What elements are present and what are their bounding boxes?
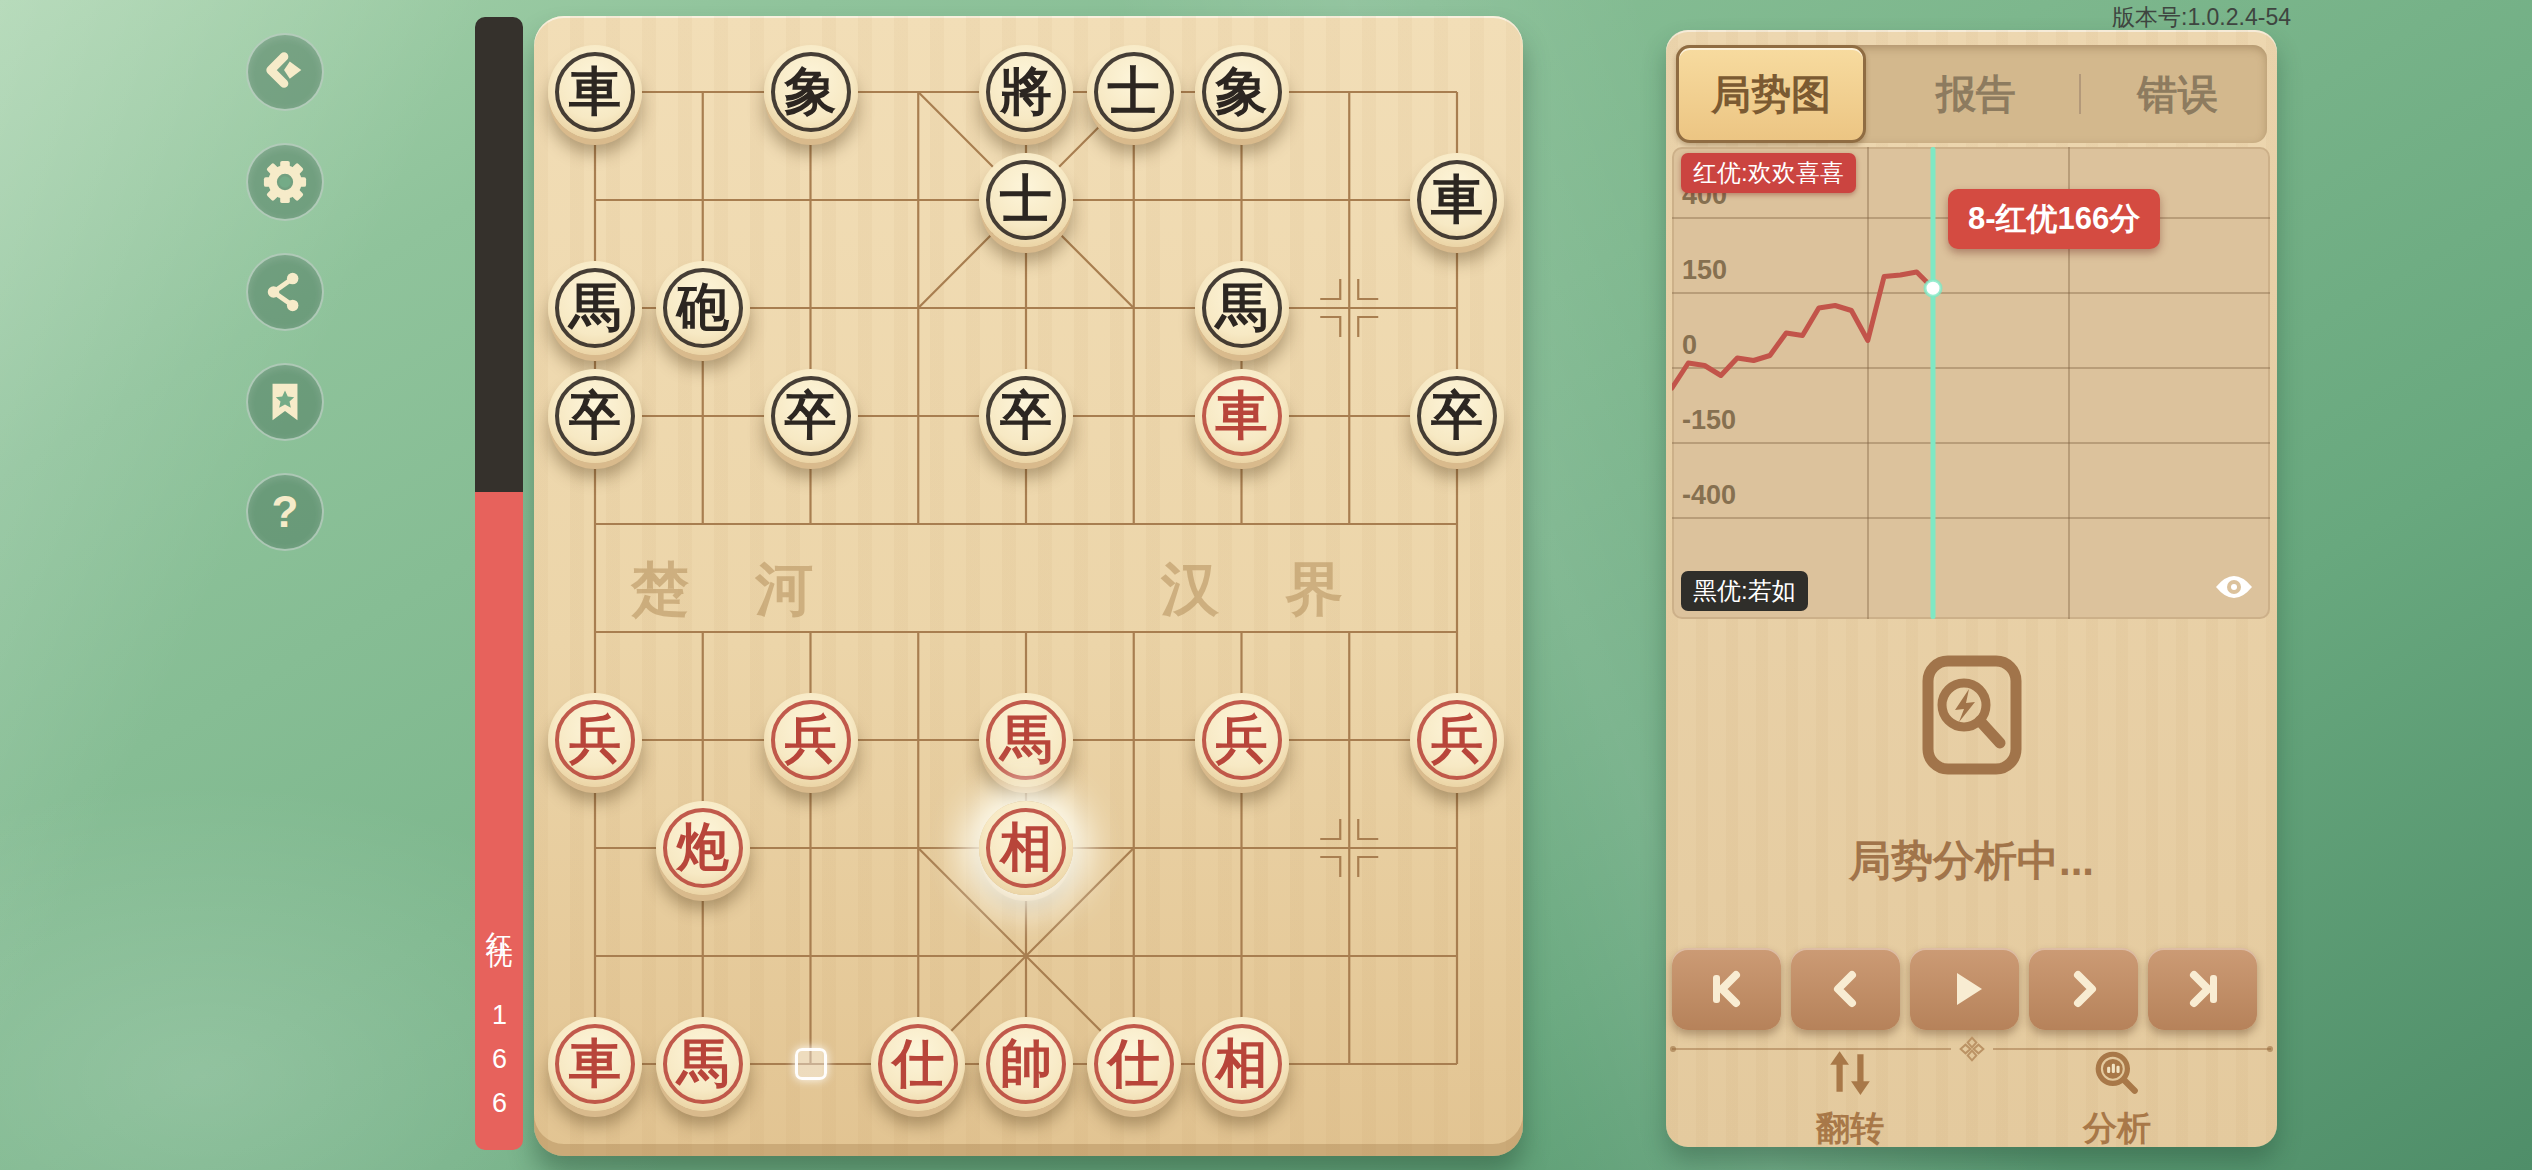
piece-black-advisor[interactable]: 士 bbox=[979, 153, 1073, 247]
piece-black-advisor[interactable]: 士 bbox=[1087, 45, 1181, 139]
eval-chart[interactable]: 400 150 0 -150 -400 红优:欢欢喜喜 黑优:若如 8-红优16… bbox=[1672, 147, 2270, 619]
piece-glyph: 相 bbox=[1216, 1038, 1268, 1090]
piece-black-soldier[interactable]: 卒 bbox=[548, 369, 642, 463]
piece-glyph: 將 bbox=[1000, 66, 1052, 118]
piece-glyph: 象 bbox=[1216, 66, 1268, 118]
analysis-status-text: 局势分析中... bbox=[1666, 833, 2277, 889]
piece-glyph: 兵 bbox=[785, 714, 837, 766]
red-advantage-segment: 红优 166 bbox=[475, 492, 523, 1150]
piece-black-chariot[interactable]: 車 bbox=[548, 45, 642, 139]
piece-red-chariot[interactable]: 車 bbox=[1195, 369, 1289, 463]
y-tick-n400: -400 bbox=[1682, 480, 1736, 511]
piece-red-cannon[interactable]: 炮 bbox=[656, 801, 750, 895]
last-move-button[interactable] bbox=[2148, 948, 2257, 1030]
app-root: 版本号:1.0.2.4-54 bbox=[0, 0, 2532, 1170]
piece-red-advisor[interactable]: 仕 bbox=[871, 1017, 965, 1111]
piece-black-cannon[interactable]: 砲 bbox=[656, 261, 750, 355]
piece-glyph: 車 bbox=[569, 1038, 621, 1090]
play-icon bbox=[1941, 965, 1989, 1013]
analyze-icon bbox=[2092, 1048, 2142, 1098]
piece-red-advisor[interactable]: 仕 bbox=[1087, 1017, 1181, 1111]
piece-red-soldier[interactable]: 兵 bbox=[1410, 693, 1504, 787]
piece-glyph: 兵 bbox=[569, 714, 621, 766]
next-move-button[interactable] bbox=[2029, 948, 2138, 1030]
piece-red-horse[interactable]: 馬 bbox=[979, 693, 1073, 787]
y-tick-150: 150 bbox=[1682, 255, 1727, 286]
piece-glyph: 兵 bbox=[1431, 714, 1483, 766]
piece-black-soldier[interactable]: 卒 bbox=[764, 369, 858, 463]
first-move-icon bbox=[1703, 965, 1751, 1013]
favorite-button[interactable] bbox=[246, 363, 324, 441]
piece-glyph: 仕 bbox=[1108, 1038, 1160, 1090]
flip-icon bbox=[1825, 1048, 1875, 1098]
y-tick-0: 0 bbox=[1682, 330, 1697, 361]
piece-black-soldier[interactable]: 卒 bbox=[1410, 369, 1504, 463]
share-button[interactable] bbox=[246, 253, 324, 331]
previous-move-button[interactable] bbox=[1791, 948, 1900, 1030]
piece-glyph: 仕 bbox=[892, 1038, 944, 1090]
tab-errors[interactable]: 错误 bbox=[2088, 45, 2267, 143]
back-icon bbox=[262, 49, 308, 95]
settings-button[interactable] bbox=[246, 143, 324, 221]
last-move-icon bbox=[2179, 965, 2227, 1013]
piece-glyph: 帥 bbox=[1000, 1038, 1052, 1090]
pieces-layer: 車象將士象士車馬砲馬卒卒卒車卒兵兵馬兵兵炮相車馬仕帥仕相 bbox=[541, 38, 1511, 1118]
piece-red-soldier[interactable]: 兵 bbox=[548, 693, 642, 787]
piece-black-elephant[interactable]: 象 bbox=[1195, 45, 1289, 139]
move-navigation bbox=[1672, 948, 2271, 1030]
piece-black-general[interactable]: 將 bbox=[979, 45, 1073, 139]
version-label: 版本号:1.0.2.4-54 bbox=[2112, 2, 2291, 33]
current-move-cursor bbox=[1931, 147, 1936, 619]
piece-glyph: 車 bbox=[1431, 174, 1483, 226]
piece-glyph: 馬 bbox=[677, 1038, 729, 1090]
clover-ornament-icon bbox=[1959, 1036, 1985, 1062]
piece-glyph: 炮 bbox=[677, 822, 729, 874]
piece-glyph: 車 bbox=[569, 66, 621, 118]
advantage-bar: 红优 166 bbox=[475, 17, 523, 1150]
xiangqi-board[interactable]: 楚 河 汉 界 車象將士象士車馬砲馬卒卒卒車卒兵兵馬兵兵炮相車馬仕帥仕相 bbox=[534, 16, 1523, 1156]
question-icon: ? bbox=[272, 490, 299, 534]
piece-glyph: 砲 bbox=[677, 282, 729, 334]
piece-black-elephant[interactable]: 象 bbox=[764, 45, 858, 139]
move-eval-tooltip: 8-红优166分 bbox=[1948, 189, 2160, 249]
y-tick-n150: -150 bbox=[1682, 405, 1736, 436]
piece-glyph: 車 bbox=[1216, 390, 1268, 442]
tab-situation-chart[interactable]: 局势图 bbox=[1676, 45, 1866, 143]
previous-move-icon bbox=[1822, 965, 1870, 1013]
piece-glyph: 士 bbox=[1000, 174, 1052, 226]
bookmark-star-icon bbox=[262, 379, 308, 425]
current-eval-dot bbox=[1925, 280, 1941, 296]
last-move-origin-marker bbox=[795, 1048, 827, 1080]
tab-report[interactable]: 报告 bbox=[1876, 45, 2076, 143]
piece-black-horse[interactable]: 馬 bbox=[548, 261, 642, 355]
black-advantage-segment bbox=[475, 17, 523, 492]
back-button[interactable] bbox=[246, 33, 324, 111]
tab-divider bbox=[2079, 74, 2081, 114]
piece-black-soldier[interactable]: 卒 bbox=[979, 369, 1073, 463]
flip-board-button[interactable]: 翻转 bbox=[1750, 1048, 1950, 1152]
flip-label: 翻转 bbox=[1816, 1106, 1884, 1152]
advantage-side-label: 红优 bbox=[481, 910, 517, 930]
advantage-score: 166 bbox=[484, 1000, 515, 1132]
piece-glyph: 卒 bbox=[1000, 390, 1052, 442]
help-button[interactable]: ? bbox=[246, 473, 324, 551]
analysis-magnifier-icon bbox=[1922, 655, 2022, 775]
black-player-badge: 黑优:若如 bbox=[1681, 571, 1808, 611]
piece-glyph: 卒 bbox=[1431, 390, 1483, 442]
piece-red-elephant[interactable]: 相 bbox=[979, 801, 1073, 895]
piece-glyph: 馬 bbox=[569, 282, 621, 334]
piece-red-soldier[interactable]: 兵 bbox=[764, 693, 858, 787]
next-move-icon bbox=[2060, 965, 2108, 1013]
tab-bar: 局势图 报告 错误 bbox=[1676, 45, 2267, 143]
piece-red-general[interactable]: 帥 bbox=[979, 1017, 1073, 1111]
piece-black-chariot[interactable]: 車 bbox=[1410, 153, 1504, 247]
piece-red-elephant[interactable]: 相 bbox=[1195, 1017, 1289, 1111]
piece-glyph: 馬 bbox=[1216, 282, 1268, 334]
eye-icon[interactable] bbox=[2214, 571, 2254, 603]
piece-glyph: 卒 bbox=[785, 390, 837, 442]
piece-black-horse[interactable]: 馬 bbox=[1195, 261, 1289, 355]
play-button[interactable] bbox=[1910, 948, 2019, 1030]
piece-glyph: 馬 bbox=[1000, 714, 1052, 766]
piece-red-chariot[interactable]: 車 bbox=[548, 1017, 642, 1111]
evaluation-line bbox=[1672, 272, 1933, 388]
piece-red-horse[interactable]: 馬 bbox=[656, 1017, 750, 1111]
red-player-badge: 红优:欢欢喜喜 bbox=[1681, 153, 1856, 193]
sidebar: ? bbox=[246, 33, 324, 551]
piece-glyph: 卒 bbox=[569, 390, 621, 442]
analyze-label: 分析 bbox=[2083, 1106, 2151, 1152]
analysis-panel: 局势图 报告 错误 400 150 0 -150 -400 bbox=[1666, 30, 2277, 1147]
piece-red-soldier[interactable]: 兵 bbox=[1195, 693, 1289, 787]
piece-glyph: 相 bbox=[1000, 822, 1052, 874]
gear-icon bbox=[262, 159, 308, 205]
piece-glyph: 象 bbox=[785, 66, 837, 118]
piece-glyph: 士 bbox=[1108, 66, 1160, 118]
analyze-button[interactable]: 分析 bbox=[2017, 1048, 2217, 1152]
share-icon bbox=[262, 269, 308, 315]
piece-glyph: 兵 bbox=[1216, 714, 1268, 766]
first-move-button[interactable] bbox=[1672, 948, 1781, 1030]
